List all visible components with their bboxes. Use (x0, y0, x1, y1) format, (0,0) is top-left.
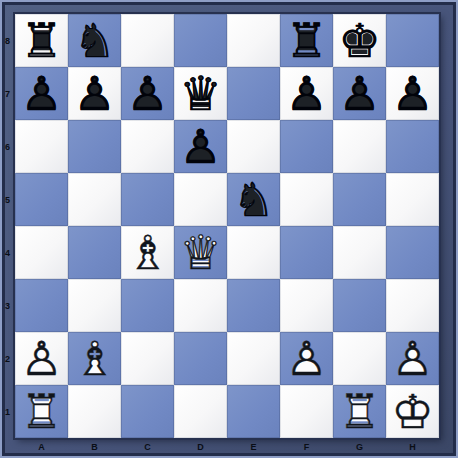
rank-label-4: 4 (0, 226, 15, 279)
square-d5[interactable] (174, 173, 227, 226)
white-king-icon[interactable]: ♚♔ (386, 385, 439, 438)
white-pawn-outline: ♙ (386, 332, 439, 385)
square-g7[interactable]: ♟♙ (333, 67, 386, 120)
file-label-e: E (227, 437, 280, 456)
white-queen-outline: ♕ (174, 226, 227, 279)
square-b4[interactable] (68, 226, 121, 279)
white-rook-icon[interactable]: ♜♖ (333, 385, 386, 438)
file-label-h: H (386, 437, 439, 456)
black-pawn-outline: ♙ (333, 67, 386, 120)
square-a6[interactable] (15, 120, 68, 173)
square-g5[interactable] (333, 173, 386, 226)
square-e3[interactable] (227, 279, 280, 332)
square-g1[interactable]: ♜♖ (333, 385, 386, 438)
square-b2[interactable]: ♝♗ (68, 332, 121, 385)
square-d4[interactable]: ♛♕ (174, 226, 227, 279)
black-rook-icon[interactable]: ♜♖ (15, 14, 68, 67)
black-knight-outline: ♘ (227, 173, 280, 226)
square-c5[interactable] (121, 173, 174, 226)
square-c1[interactable] (121, 385, 174, 438)
black-pawn-outline: ♙ (280, 67, 333, 120)
square-b7[interactable]: ♟♙ (68, 67, 121, 120)
white-bishop-icon[interactable]: ♝♗ (68, 332, 121, 385)
white-rook-icon[interactable]: ♜♖ (15, 385, 68, 438)
square-f6[interactable] (280, 120, 333, 173)
black-pawn-outline: ♙ (386, 67, 439, 120)
black-rook-outline: ♖ (280, 14, 333, 67)
square-d7[interactable]: ♛♕ (174, 67, 227, 120)
black-rook-icon[interactable]: ♜♖ (280, 14, 333, 67)
black-knight-outline: ♘ (68, 14, 121, 67)
black-knight-icon[interactable]: ♞♘ (227, 173, 280, 226)
square-g6[interactable] (333, 120, 386, 173)
square-e7[interactable] (227, 67, 280, 120)
chess-board: ♜♖♞♘♜♖♚♔♟♙♟♙♟♙♛♕♟♙♟♙♟♙♟♙♞♘♝♗♛♕♟♙♝♗♟♙♟♙♜♖… (15, 14, 439, 438)
white-pawn-icon[interactable]: ♟♙ (280, 332, 333, 385)
square-e8[interactable] (227, 14, 280, 67)
black-pawn-icon[interactable]: ♟♙ (15, 67, 68, 120)
square-a4[interactable] (15, 226, 68, 279)
square-c4[interactable]: ♝♗ (121, 226, 174, 279)
rank-label-2: 2 (0, 332, 15, 385)
square-b5[interactable] (68, 173, 121, 226)
file-label-d: D (174, 437, 227, 456)
white-bishop-icon[interactable]: ♝♗ (121, 226, 174, 279)
rank-label-7: 7 (0, 67, 15, 120)
chess-board-frame: ♜♖♞♘♜♖♚♔♟♙♟♙♟♙♛♕♟♙♟♙♟♙♟♙♞♘♝♗♛♕♟♙♝♗♟♙♟♙♜♖… (0, 0, 458, 458)
black-knight-icon[interactable]: ♞♘ (68, 14, 121, 67)
square-h7[interactable]: ♟♙ (386, 67, 439, 120)
white-pawn-icon[interactable]: ♟♙ (386, 332, 439, 385)
black-king-outline: ♔ (333, 14, 386, 67)
square-h3[interactable] (386, 279, 439, 332)
square-e2[interactable] (227, 332, 280, 385)
square-c2[interactable] (121, 332, 174, 385)
file-label-g: G (333, 437, 386, 456)
square-d1[interactable] (174, 385, 227, 438)
white-queen-icon[interactable]: ♛♕ (174, 226, 227, 279)
square-h5[interactable] (386, 173, 439, 226)
black-pawn-icon[interactable]: ♟♙ (333, 67, 386, 120)
file-label-a: A (15, 437, 68, 456)
square-a8[interactable]: ♜♖ (15, 14, 68, 67)
black-pawn-outline: ♙ (174, 120, 227, 173)
rank-label-8: 8 (0, 14, 15, 67)
rank-label-5: 5 (0, 173, 15, 226)
rank-label-6: 6 (0, 120, 15, 173)
square-a5[interactable] (15, 173, 68, 226)
white-bishop-outline: ♗ (121, 226, 174, 279)
square-f3[interactable] (280, 279, 333, 332)
black-king-icon[interactable]: ♚♔ (333, 14, 386, 67)
black-pawn-icon[interactable]: ♟♙ (280, 67, 333, 120)
rank-label-3: 3 (0, 279, 15, 332)
square-h1[interactable]: ♚♔ (386, 385, 439, 438)
square-b6[interactable] (68, 120, 121, 173)
white-pawn-outline: ♙ (280, 332, 333, 385)
black-pawn-icon[interactable]: ♟♙ (174, 120, 227, 173)
white-king-outline: ♔ (386, 385, 439, 438)
square-c6[interactable] (121, 120, 174, 173)
black-pawn-icon[interactable]: ♟♙ (121, 67, 174, 120)
square-h8[interactable] (386, 14, 439, 67)
file-label-b: B (68, 437, 121, 456)
square-g3[interactable] (333, 279, 386, 332)
square-f1[interactable] (280, 385, 333, 438)
square-h4[interactable] (386, 226, 439, 279)
square-d2[interactable] (174, 332, 227, 385)
black-queen-outline: ♕ (174, 67, 227, 120)
square-f2[interactable]: ♟♙ (280, 332, 333, 385)
black-queen-icon[interactable]: ♛♕ (174, 67, 227, 120)
file-label-c: C (121, 437, 174, 456)
square-f5[interactable] (280, 173, 333, 226)
file-label-f: F (280, 437, 333, 456)
square-g2[interactable] (333, 332, 386, 385)
black-pawn-outline: ♙ (15, 67, 68, 120)
square-b3[interactable] (68, 279, 121, 332)
square-d8[interactable] (174, 14, 227, 67)
square-e4[interactable] (227, 226, 280, 279)
square-d3[interactable] (174, 279, 227, 332)
square-a2[interactable]: ♟♙ (15, 332, 68, 385)
square-a7[interactable]: ♟♙ (15, 67, 68, 120)
square-c8[interactable] (121, 14, 174, 67)
square-e1[interactable] (227, 385, 280, 438)
square-a1[interactable]: ♜♖ (15, 385, 68, 438)
square-a3[interactable] (15, 279, 68, 332)
square-e6[interactable] (227, 120, 280, 173)
black-rook-outline: ♖ (15, 14, 68, 67)
rank-label-1: 1 (0, 385, 15, 438)
square-g8[interactable]: ♚♔ (333, 14, 386, 67)
square-e5[interactable]: ♞♘ (227, 173, 280, 226)
square-f8[interactable]: ♜♖ (280, 14, 333, 67)
white-pawn-icon[interactable]: ♟♙ (15, 332, 68, 385)
square-h2[interactable]: ♟♙ (386, 332, 439, 385)
black-pawn-icon[interactable]: ♟♙ (68, 67, 121, 120)
white-rook-outline: ♖ (333, 385, 386, 438)
square-f7[interactable]: ♟♙ (280, 67, 333, 120)
square-b1[interactable] (68, 385, 121, 438)
square-d6[interactable]: ♟♙ (174, 120, 227, 173)
square-b8[interactable]: ♞♘ (68, 14, 121, 67)
square-c3[interactable] (121, 279, 174, 332)
white-rook-outline: ♖ (15, 385, 68, 438)
square-g4[interactable] (333, 226, 386, 279)
black-pawn-outline: ♙ (68, 67, 121, 120)
white-pawn-outline: ♙ (15, 332, 68, 385)
black-pawn-icon[interactable]: ♟♙ (386, 67, 439, 120)
square-f4[interactable] (280, 226, 333, 279)
white-bishop-outline: ♗ (68, 332, 121, 385)
square-h6[interactable] (386, 120, 439, 173)
square-c7[interactable]: ♟♙ (121, 67, 174, 120)
black-pawn-outline: ♙ (121, 67, 174, 120)
